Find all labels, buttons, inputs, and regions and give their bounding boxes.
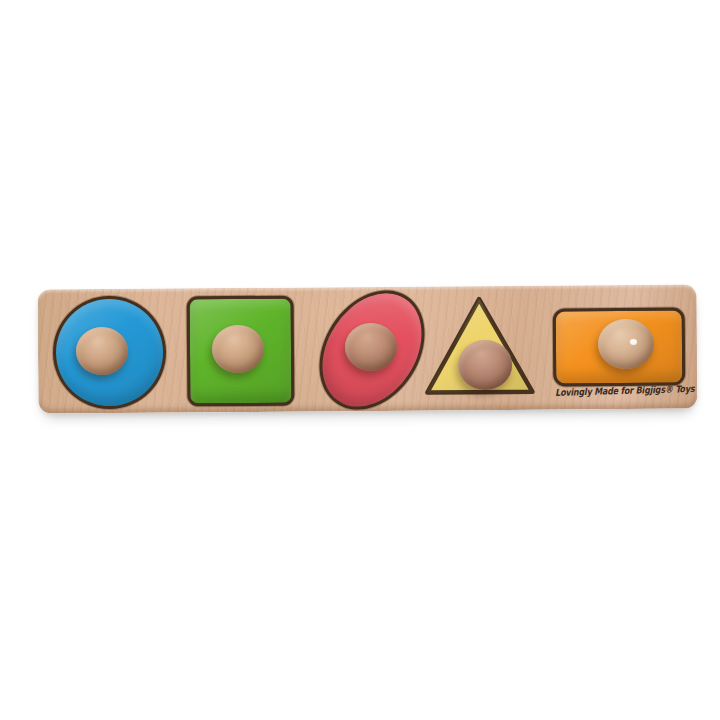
product-photo: Lovingly Made for Bigjigs® Toys	[0, 0, 720, 720]
puzzle-board: Lovingly Made for Bigjigs® Toys	[38, 284, 698, 413]
brand-caption: Lovingly Made for Bigjigs® Toys	[555, 383, 690, 398]
knob-rectangle-piece[interactable]	[598, 319, 654, 369]
knob-triangle-piece[interactable]	[458, 340, 512, 390]
knob-circle-piece[interactable]	[76, 327, 128, 375]
knob-square-piece[interactable]	[212, 325, 264, 373]
knob-oval-piece[interactable]	[345, 323, 397, 371]
